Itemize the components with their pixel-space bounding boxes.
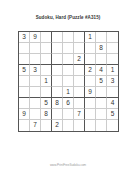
cell-r7c1[interactable] — [19, 98, 30, 109]
cell-r9c4[interactable]: 2 — [52, 120, 63, 131]
cell-r5c6[interactable] — [74, 76, 85, 87]
cell-r8c9[interactable]: 5 — [107, 109, 118, 120]
cell-r1c3[interactable] — [41, 32, 52, 43]
cell-r3c3[interactable] — [41, 54, 52, 65]
cell-r1c1[interactable]: 3 — [19, 32, 30, 43]
cell-r2c6[interactable] — [74, 43, 85, 54]
cell-r1c9[interactable] — [107, 32, 118, 43]
cell-r8c2[interactable] — [30, 109, 41, 120]
cell-r8c8[interactable] — [96, 109, 107, 120]
cell-r5c8[interactable]: 5 — [96, 76, 107, 87]
cell-r4c7[interactable]: 2 — [85, 65, 96, 76]
cell-r3c6[interactable]: 2 — [74, 54, 85, 65]
cell-r7c9[interactable]: 4 — [107, 98, 118, 109]
cell-r2c7[interactable] — [85, 43, 96, 54]
sudoku-grid: 3918253241153195864987572 — [18, 31, 119, 132]
sudoku-print-page: Sudoku, Hard (Puzzle #A315) 391825324115… — [0, 0, 136, 176]
cell-r3c7[interactable] — [85, 54, 96, 65]
cell-r9c3[interactable] — [41, 120, 52, 131]
footer-url: www.PrintFreeSudoku.com — [0, 163, 136, 167]
cell-r5c3[interactable]: 1 — [41, 76, 52, 87]
cell-r3c5[interactable] — [63, 54, 74, 65]
cell-r2c2[interactable] — [30, 43, 41, 54]
cell-r6c4[interactable] — [52, 87, 63, 98]
cell-r8c6[interactable]: 7 — [74, 109, 85, 120]
cell-r5c1[interactable] — [19, 76, 30, 87]
cell-r8c5[interactable] — [63, 109, 74, 120]
cell-r3c9[interactable] — [107, 54, 118, 65]
cell-r2c8[interactable]: 8 — [96, 43, 107, 54]
cell-r3c1[interactable] — [19, 54, 30, 65]
cell-r9c5[interactable] — [63, 120, 74, 131]
cell-r6c2[interactable] — [30, 87, 41, 98]
cell-r8c3[interactable]: 8 — [41, 109, 52, 120]
cell-r6c9[interactable] — [107, 87, 118, 98]
cell-r7c5[interactable]: 6 — [63, 98, 74, 109]
cell-r1c2[interactable]: 9 — [30, 32, 41, 43]
cell-r7c8[interactable] — [96, 98, 107, 109]
cell-r7c7[interactable] — [85, 98, 96, 109]
cell-r2c3[interactable] — [41, 43, 52, 54]
cell-r9c1[interactable] — [19, 120, 30, 131]
cell-r2c9[interactable] — [107, 43, 118, 54]
cell-r4c1[interactable]: 5 — [19, 65, 30, 76]
cell-r6c8[interactable] — [96, 87, 107, 98]
cell-r9c2[interactable]: 7 — [30, 120, 41, 131]
cell-r2c5[interactable] — [63, 43, 74, 54]
cell-r8c1[interactable]: 9 — [19, 109, 30, 120]
cell-r4c2[interactable]: 3 — [30, 65, 41, 76]
cell-r2c1[interactable] — [19, 43, 30, 54]
cell-r4c4[interactable] — [52, 65, 63, 76]
cell-r5c9[interactable]: 3 — [107, 76, 118, 87]
cell-r4c6[interactable] — [74, 65, 85, 76]
cell-r1c7[interactable]: 1 — [85, 32, 96, 43]
cell-r6c3[interactable] — [41, 87, 52, 98]
cell-r3c2[interactable] — [30, 54, 41, 65]
cell-r4c8[interactable]: 4 — [96, 65, 107, 76]
cell-r5c7[interactable] — [85, 76, 96, 87]
page-title: Sudoku, Hard (Puzzle #A315) — [0, 15, 136, 20]
cell-r7c6[interactable] — [74, 98, 85, 109]
cell-r5c4[interactable] — [52, 76, 63, 87]
cell-r3c4[interactable] — [52, 54, 63, 65]
cell-r5c2[interactable] — [30, 76, 41, 87]
cell-r7c4[interactable]: 8 — [52, 98, 63, 109]
cell-r6c5[interactable]: 1 — [63, 87, 74, 98]
cell-r7c3[interactable]: 5 — [41, 98, 52, 109]
cell-r9c8[interactable] — [96, 120, 107, 131]
cell-r9c7[interactable] — [85, 120, 96, 131]
cell-r1c6[interactable] — [74, 32, 85, 43]
cell-r2c4[interactable] — [52, 43, 63, 54]
cell-r4c5[interactable] — [63, 65, 74, 76]
cell-r9c6[interactable] — [74, 120, 85, 131]
cell-r8c4[interactable] — [52, 109, 63, 120]
cell-r6c7[interactable]: 9 — [85, 87, 96, 98]
cell-r1c4[interactable] — [52, 32, 63, 43]
cell-r6c1[interactable] — [19, 87, 30, 98]
cell-r4c9[interactable]: 1 — [107, 65, 118, 76]
cell-r6c6[interactable] — [74, 87, 85, 98]
cell-r1c8[interactable] — [96, 32, 107, 43]
cell-r1c5[interactable] — [63, 32, 74, 43]
cell-r8c7[interactable] — [85, 109, 96, 120]
cell-r5c5[interactable] — [63, 76, 74, 87]
cell-r3c8[interactable] — [96, 54, 107, 65]
cell-r9c9[interactable] — [107, 120, 118, 131]
cell-r7c2[interactable] — [30, 98, 41, 109]
cell-r4c3[interactable] — [41, 65, 52, 76]
